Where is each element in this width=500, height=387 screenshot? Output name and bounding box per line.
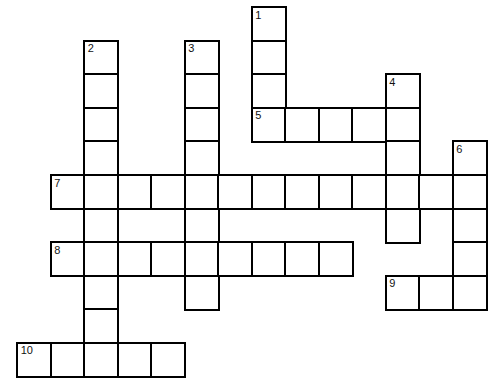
- crossword-cell[interactable]: [452, 275, 488, 311]
- crossword-cell[interactable]: [117, 342, 153, 378]
- crossword-cell[interactable]: [83, 308, 119, 344]
- crossword-cell[interactable]: [251, 40, 287, 76]
- crossword-cell[interactable]: 6: [452, 140, 488, 176]
- crossword-cell[interactable]: [251, 174, 287, 210]
- crossword-cell[interactable]: [251, 241, 287, 277]
- crossword-cell[interactable]: [284, 174, 320, 210]
- crossword-cell[interactable]: [318, 241, 354, 277]
- crossword-cell[interactable]: 9: [385, 275, 421, 311]
- crossword-cell[interactable]: 4: [385, 73, 421, 109]
- crossword-cell[interactable]: [318, 107, 354, 143]
- crossword-cell[interactable]: [83, 73, 119, 109]
- crossword-cell[interactable]: [452, 208, 488, 244]
- crossword-cell[interactable]: [83, 241, 119, 277]
- clue-number: 5: [255, 109, 261, 121]
- crossword-cell[interactable]: [150, 342, 186, 378]
- clue-number: 1: [255, 9, 261, 21]
- crossword-cell[interactable]: [452, 241, 488, 277]
- crossword-cell[interactable]: [150, 241, 186, 277]
- crossword-cell[interactable]: 2: [83, 40, 119, 76]
- crossword-cell[interactable]: 7: [50, 174, 86, 210]
- crossword-cell[interactable]: [452, 174, 488, 210]
- crossword-cell[interactable]: [284, 107, 320, 143]
- crossword-cell[interactable]: [83, 174, 119, 210]
- crossword-cell[interactable]: [251, 73, 287, 109]
- crossword-page: 12345678910: [0, 0, 500, 387]
- crossword-cell[interactable]: [284, 241, 320, 277]
- crossword-cell[interactable]: 8: [50, 241, 86, 277]
- crossword-cell[interactable]: [150, 174, 186, 210]
- crossword-cell[interactable]: [385, 140, 421, 176]
- crossword-cell[interactable]: [50, 342, 86, 378]
- crossword-cell[interactable]: [385, 174, 421, 210]
- crossword-cell[interactable]: [83, 107, 119, 143]
- clue-number: 9: [389, 277, 395, 289]
- crossword-cell[interactable]: [217, 241, 253, 277]
- clue-number: 3: [188, 42, 194, 54]
- crossword-cell[interactable]: [83, 208, 119, 244]
- crossword-cell[interactable]: [318, 174, 354, 210]
- crossword-cell[interactable]: [418, 174, 454, 210]
- crossword-cell[interactable]: [184, 174, 220, 210]
- crossword-cell[interactable]: [117, 241, 153, 277]
- crossword-cell[interactable]: [184, 208, 220, 244]
- crossword-cell[interactable]: [418, 275, 454, 311]
- crossword-cell[interactable]: [184, 140, 220, 176]
- crossword-cell[interactable]: [117, 174, 153, 210]
- clue-number: 7: [54, 177, 60, 189]
- clue-number: 4: [389, 76, 395, 88]
- clue-number: 6: [456, 143, 462, 155]
- crossword-cell[interactable]: [184, 107, 220, 143]
- crossword-cell[interactable]: [184, 241, 220, 277]
- crossword-cell[interactable]: [83, 275, 119, 311]
- crossword-cell[interactable]: [351, 107, 387, 143]
- crossword-cell[interactable]: [385, 107, 421, 143]
- crossword-board: 12345678910: [0, 0, 500, 387]
- crossword-cell[interactable]: [184, 73, 220, 109]
- clue-number: 8: [54, 244, 60, 256]
- clue-number: 10: [21, 344, 33, 356]
- crossword-cell[interactable]: 5: [251, 107, 287, 143]
- crossword-cell[interactable]: 3: [184, 40, 220, 76]
- crossword-cell[interactable]: [351, 174, 387, 210]
- crossword-cell[interactable]: [184, 275, 220, 311]
- crossword-cell[interactable]: [385, 208, 421, 244]
- crossword-cell[interactable]: [83, 342, 119, 378]
- clue-number: 2: [88, 42, 94, 54]
- crossword-cell[interactable]: 1: [251, 6, 287, 42]
- crossword-cell[interactable]: [83, 140, 119, 176]
- crossword-cell[interactable]: 10: [16, 342, 52, 378]
- crossword-cell[interactable]: [217, 174, 253, 210]
